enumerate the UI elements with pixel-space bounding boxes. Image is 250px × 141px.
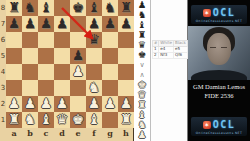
white-pawn: ♟ [8,97,20,111]
file-label-e: e [70,128,86,141]
square-a3[interactable] [6,80,22,96]
black-pawn: ♟ [88,17,100,31]
square-h3[interactable] [118,80,134,96]
square-h1[interactable]: ♜ [118,112,134,128]
square-d1[interactable]: ♛ [54,112,70,128]
black-pawn: ♟ [104,17,116,31]
white-knight: ♞ [88,81,100,95]
white-bishop: ♝ [40,113,52,127]
palette-chevron-down-icon[interactable]: ∨ [134,60,150,70]
white-bishop: ♝ [88,113,100,127]
square-f7[interactable]: ♟ [86,16,102,32]
black-pawn: ♟ [72,49,84,63]
square-c2[interactable]: ♟ [38,96,54,112]
square-f3[interactable]: ♞ [86,80,102,96]
presenter-eye-left [210,47,216,48]
square-h2[interactable]: ♟ [118,96,134,112]
black-pawn: ♟ [120,17,132,31]
ocl-brand-icon: ✶ [203,9,211,17]
square-f8[interactable]: ♝ [86,0,102,16]
square-c3[interactable] [38,80,54,96]
square-d7[interactable]: ♟ [54,16,70,32]
black-knight: ♞ [24,1,36,15]
file-label-g: g [102,128,118,141]
square-c4[interactable] [38,64,54,80]
square-h4[interactable] [118,64,134,80]
black-rook: ♜ [8,1,20,15]
square-b6[interactable] [22,32,38,48]
square-g4[interactable] [102,64,118,80]
square-h7[interactable]: ♟ [118,16,134,32]
square-a8[interactable]: ♜ [6,0,22,16]
black-pawn: ♟ [24,17,36,31]
square-a7[interactable]: ♟ [6,16,22,32]
square-d6[interactable] [54,32,70,48]
square-d2[interactable]: ♟ [54,96,70,112]
ocl-logo-text: OCL [213,119,236,130]
file-label-h: h [118,128,134,141]
file-label-c: c [38,128,54,141]
ocl-logo-tagline: OnlineChessLessons.NET [196,131,242,135]
presenter-face [207,33,231,65]
square-b8[interactable]: ♞ [22,0,38,16]
file-labels: abcdefgh [6,128,134,141]
square-e2[interactable] [70,96,86,112]
square-g2[interactable]: ♟ [102,96,118,112]
square-d5[interactable] [54,48,70,64]
square-e5[interactable]: ♟ [70,48,86,64]
palette-white-pawn[interactable]: ♟ [134,130,150,140]
square-a2[interactable]: ♟ [6,96,22,112]
square-b4[interactable] [22,64,38,80]
square-e6[interactable] [70,32,86,48]
white-move[interactable]: Nf3 [159,53,174,59]
file-label-d: d [54,128,70,141]
square-g5[interactable] [102,48,118,64]
white-king: ♚ [72,113,84,127]
square-c5[interactable] [38,48,54,64]
white-pawn: ♟ [88,97,100,111]
white-pawn: ♟ [40,97,52,111]
square-h8[interactable]: ♜ [118,0,134,16]
square-g8[interactable]: ♞ [102,0,118,16]
file-label-f: f [86,128,102,141]
square-c8[interactable]: ♝ [38,0,54,16]
white-pawn: ♟ [56,97,68,111]
square-c1[interactable]: ♝ [38,112,54,128]
webcam-video [188,26,250,80]
ocl-logo-text: OCL [213,7,236,18]
square-b7[interactable]: ♟ [22,16,38,32]
square-b3[interactable] [22,80,38,96]
square-e7[interactable] [70,16,86,32]
black-move[interactable]: Qf6 [174,53,188,59]
black-pawn: ♟ [56,17,68,31]
square-f6[interactable]: ♛ [86,32,102,48]
ocl-logo-top: ✶ OCL OnlineChessLessons.NET [191,5,247,24]
black-knight: ♞ [104,1,116,15]
square-a5[interactable] [6,48,22,64]
square-g1[interactable] [102,112,118,128]
square-c7[interactable]: ♟ [38,16,54,32]
square-e3[interactable] [70,80,86,96]
presenter-eye-right [221,47,227,48]
square-h5[interactable] [118,48,134,64]
white-pawn: ♟ [24,97,36,111]
square-a1[interactable]: ♜ [6,112,22,128]
white-pawn: ♟ [104,97,116,111]
square-a4[interactable] [6,64,22,80]
square-e8[interactable]: ♚ [70,0,86,16]
file-label-b: b [22,128,38,141]
move-list-panel[interactable]: #WhiteBlack 1e4e52Nf3Qf6 [151,0,188,141]
presenter-name: GM Damian Lemos [193,82,245,91]
chess-app-window: 87654321 ♜♞♝♚♝♞♜♟♟♟♟♟♟♟♛♟♟♞♟♟♟♟♟♟♟♜♞♝♛♚♝… [0,0,250,141]
square-h6[interactable] [118,32,134,48]
square-f4[interactable] [86,64,102,80]
square-b1[interactable]: ♞ [22,112,38,128]
square-c6[interactable] [38,32,54,48]
chess-board: 87654321 ♜♞♝♚♝♞♜♟♟♟♟♟♟♟♛♟♟♞♟♟♟♟♟♟♟♜♞♝♛♚♝… [0,0,134,141]
move-table: #WhiteBlack 1e4e52Nf3Qf6 [152,40,188,59]
square-b2[interactable]: ♟ [22,96,38,112]
square-e1[interactable]: ♚ [70,112,86,128]
black-rook: ♜ [120,1,132,15]
square-e4[interactable]: ♟ [70,64,86,80]
black-pawn: ♟ [40,17,52,31]
presenter-rating: FIDE 2536 [193,91,245,100]
ocl-logo-bottom: ✶ OCL OnlineChessLessons.NET [191,117,247,136]
square-f5[interactable] [86,48,102,64]
square-f1[interactable]: ♝ [86,112,102,128]
board-squares: ♜♞♝♚♝♞♜♟♟♟♟♟♟♟♛♟♟♞♟♟♟♟♟♟♟♜♞♝♛♚♝♜ [6,0,134,128]
square-d8[interactable] [54,0,70,16]
white-pawn: ♟ [120,97,132,111]
ocl-logo-tagline: OnlineChessLessons.NET [196,19,242,23]
file-label-a: a [6,128,22,141]
black-bishop: ♝ [40,1,52,15]
white-rook: ♜ [8,113,20,127]
black-bishop: ♝ [88,1,100,15]
black-king: ♚ [72,1,84,15]
presenter-shoulders [191,70,247,80]
square-g6[interactable] [102,32,118,48]
square-a6[interactable] [6,32,22,48]
presenter-caption: GM Damian Lemos FIDE 2536 [193,82,245,101]
move-row-2: 2Nf3Qf6 [153,53,188,59]
white-rook: ♜ [120,113,132,127]
ocl-brand-icon: ✶ [203,121,211,129]
black-pawn: ♟ [8,17,20,31]
webcam-panel: ✶ OCL OnlineChessLessons.NET GM Damian L… [188,0,250,141]
palette-black-king[interactable]: ♚ [134,50,150,60]
white-pawn: ♟ [72,65,84,79]
piece-palette: ♟♞♝♜♛♚∨∧♚♛♜♝♞♟ [134,0,151,141]
square-g7[interactable]: ♟ [102,16,118,32]
square-g3[interactable] [102,80,118,96]
square-d3[interactable] [54,80,70,96]
square-b5[interactable] [22,48,38,64]
square-f2[interactable]: ♟ [86,96,102,112]
white-queen: ♛ [56,113,68,127]
black-queen: ♛ [88,33,100,47]
square-d4[interactable] [54,64,70,80]
white-knight: ♞ [24,113,36,127]
